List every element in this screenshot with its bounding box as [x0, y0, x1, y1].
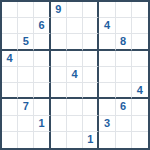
- sudoku-cell-r8c4[interactable]: [51, 116, 67, 132]
- sudoku-cell-r2c3[interactable]: 6: [34, 18, 50, 34]
- sudoku-cell-r9c4[interactable]: [51, 132, 67, 148]
- sudoku-cell-r9c9[interactable]: [132, 132, 148, 148]
- given-digit: 4: [71, 69, 77, 80]
- sudoku-cell-r8c5[interactable]: [67, 116, 83, 132]
- given-digit: 4: [137, 85, 143, 96]
- given-digit: 3: [104, 118, 110, 129]
- sudoku-cell-r3c3[interactable]: [34, 34, 50, 50]
- sudoku-cell-r4c3[interactable]: [34, 51, 50, 67]
- sudoku-cell-r6c6[interactable]: [83, 83, 99, 99]
- sudoku-cell-r8c3[interactable]: 1: [34, 116, 50, 132]
- sudoku-cell-r4c7[interactable]: [99, 51, 115, 67]
- sudoku-cell-r4c4[interactable]: [51, 51, 67, 67]
- sudoku-cell-r3c1[interactable]: [2, 34, 18, 50]
- sudoku-cell-r7c9[interactable]: [132, 99, 148, 115]
- given-digit: 5: [23, 36, 29, 47]
- given-digit: 8: [120, 36, 126, 47]
- sudoku-cell-r6c1[interactable]: [2, 83, 18, 99]
- sudoku-cell-r7c7[interactable]: [99, 99, 115, 115]
- sudoku-cell-r1c4[interactable]: 9: [51, 2, 67, 18]
- sudoku-cell-r3c9[interactable]: [132, 34, 148, 50]
- given-digit: 1: [87, 134, 93, 145]
- sudoku-cell-r2c9[interactable]: [132, 18, 148, 34]
- sudoku-cell-r1c6[interactable]: [83, 2, 99, 18]
- sudoku-cell-r7c5[interactable]: [67, 99, 83, 115]
- sudoku-cell-r9c5[interactable]: [67, 132, 83, 148]
- sudoku-cell-r5c5[interactable]: 4: [67, 67, 83, 83]
- sudoku-cell-r5c6[interactable]: [83, 67, 99, 83]
- sudoku-cell-r8c2[interactable]: [18, 116, 34, 132]
- sudoku-cell-r9c7[interactable]: [99, 132, 115, 148]
- sudoku-cell-r4c2[interactable]: [18, 51, 34, 67]
- sudoku-cell-r1c1[interactable]: [2, 2, 18, 18]
- sudoku-cell-r8c8[interactable]: [116, 116, 132, 132]
- sudoku-cell-r6c8[interactable]: [116, 83, 132, 99]
- sudoku-cell-r7c4[interactable]: [51, 99, 67, 115]
- sudoku-cell-r3c4[interactable]: [51, 34, 67, 50]
- sudoku-cell-r3c7[interactable]: [99, 34, 115, 50]
- given-digit: 1: [38, 118, 44, 129]
- sudoku-cell-r2c1[interactable]: [2, 18, 18, 34]
- sudoku-cell-r6c4[interactable]: [51, 83, 67, 99]
- given-digit: 7: [23, 101, 29, 112]
- sudoku-cell-r8c1[interactable]: [2, 116, 18, 132]
- sudoku-cell-r9c1[interactable]: [2, 132, 18, 148]
- sudoku-cell-r6c2[interactable]: [18, 83, 34, 99]
- sudoku-cell-r5c9[interactable]: [132, 67, 148, 83]
- sudoku-cell-r2c8[interactable]: [116, 18, 132, 34]
- given-digit: 9: [55, 4, 61, 15]
- sudoku-cell-r1c2[interactable]: [18, 2, 34, 18]
- sudoku-cell-r6c7[interactable]: [99, 83, 115, 99]
- sudoku-cell-r2c4[interactable]: [51, 18, 67, 34]
- sudoku-cell-r1c3[interactable]: [34, 2, 50, 18]
- sudoku-cell-r9c6[interactable]: 1: [83, 132, 99, 148]
- sudoku-board: 9645844476131: [0, 0, 150, 150]
- sudoku-cell-r1c7[interactable]: [99, 2, 115, 18]
- sudoku-cell-r3c5[interactable]: [67, 34, 83, 50]
- given-digit: 4: [104, 20, 110, 31]
- sudoku-cell-r1c9[interactable]: [132, 2, 148, 18]
- sudoku-cell-r9c8[interactable]: [116, 132, 132, 148]
- given-digit: 4: [7, 53, 13, 64]
- sudoku-cell-r8c6[interactable]: [83, 116, 99, 132]
- sudoku-cell-r6c3[interactable]: [34, 83, 50, 99]
- sudoku-cell-r5c8[interactable]: [116, 67, 132, 83]
- sudoku-cell-r7c2[interactable]: 7: [18, 99, 34, 115]
- sudoku-cell-r5c7[interactable]: [99, 67, 115, 83]
- sudoku-cell-r2c6[interactable]: [83, 18, 99, 34]
- sudoku-cell-r5c2[interactable]: [18, 67, 34, 83]
- sudoku-cell-r4c5[interactable]: [67, 51, 83, 67]
- sudoku-cell-r7c6[interactable]: [83, 99, 99, 115]
- sudoku-cell-r4c8[interactable]: [116, 51, 132, 67]
- sudoku-cell-r7c1[interactable]: [2, 99, 18, 115]
- sudoku-cell-r9c2[interactable]: [18, 132, 34, 148]
- sudoku-cell-r3c6[interactable]: [83, 34, 99, 50]
- given-digit: 6: [120, 101, 126, 112]
- sudoku-cell-r4c1[interactable]: 4: [2, 51, 18, 67]
- sudoku-cell-r3c8[interactable]: 8: [116, 34, 132, 50]
- sudoku-cell-r8c9[interactable]: [132, 116, 148, 132]
- sudoku-cell-r6c9[interactable]: 4: [132, 83, 148, 99]
- sudoku-cell-r7c3[interactable]: [34, 99, 50, 115]
- sudoku-cell-r1c8[interactable]: [116, 2, 132, 18]
- sudoku-cell-r5c1[interactable]: [2, 67, 18, 83]
- sudoku-cell-r5c4[interactable]: [51, 67, 67, 83]
- sudoku-cell-r9c3[interactable]: [34, 132, 50, 148]
- sudoku-cell-r2c5[interactable]: [67, 18, 83, 34]
- sudoku-cell-r3c2[interactable]: 5: [18, 34, 34, 50]
- sudoku-cell-r4c9[interactable]: [132, 51, 148, 67]
- sudoku-cell-r2c2[interactable]: [18, 18, 34, 34]
- sudoku-cell-r6c5[interactable]: [67, 83, 83, 99]
- sudoku-cell-r8c7[interactable]: 3: [99, 116, 115, 132]
- sudoku-cell-r5c3[interactable]: [34, 67, 50, 83]
- sudoku-cell-r4c6[interactable]: [83, 51, 99, 67]
- given-digit: 6: [38, 20, 44, 31]
- sudoku-cell-r2c7[interactable]: 4: [99, 18, 115, 34]
- sudoku-cell-r1c5[interactable]: [67, 2, 83, 18]
- sudoku-cell-r7c8[interactable]: 6: [116, 99, 132, 115]
